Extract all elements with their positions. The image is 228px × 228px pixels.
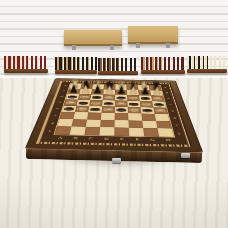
metal-hinge: [112, 158, 121, 163]
background-chess-set: [4, 56, 48, 73]
black-king: ♚: [105, 79, 114, 89]
square-b1: [69, 127, 85, 135]
shelf-bracket: [110, 45, 114, 50]
background-chess-set: [98, 58, 138, 75]
black-rook: ♜: [151, 80, 160, 90]
background-chess-pieces: [98, 58, 138, 71]
square-d2: [100, 120, 115, 128]
background-chess-pieces: [4, 56, 48, 69]
file-label-a: A: [51, 135, 68, 141]
file-label-c: C: [83, 136, 99, 142]
white-queen: ♛: [117, 80, 126, 90]
background-chess-set: [55, 57, 97, 74]
white-rook: ♜: [70, 79, 79, 89]
rank-label-1: 1: [174, 129, 185, 138]
file-label-e: E: [114, 137, 130, 143]
background-chess-pieces: [187, 56, 227, 69]
rank-label-2: 2: [172, 121, 182, 129]
file-label-f: F: [130, 137, 146, 143]
background-board: [55, 70, 97, 74]
file-label-g: G: [145, 137, 161, 143]
square-e1: [114, 128, 129, 137]
background-board: [98, 71, 138, 75]
file-labels: ABCDEFGH: [51, 135, 177, 143]
background-chess-pieces: [141, 57, 185, 70]
file-label-b: B: [67, 136, 84, 142]
black-knight: ♞: [82, 79, 91, 89]
shelf-bracket: [136, 43, 140, 48]
file-label-d: D: [98, 136, 114, 142]
shelf-bracket: [166, 43, 170, 48]
shop-photo: ♜♞♝♚♛♝♞♜♟♟♟♟♟♟♟♟⛂⛂⛂⛂⛂⛂⛂⛂⛂⛂⛂⛂⛂⛂⛂⛂⛂⛂⛂⛂⛂⛂⛂⛂…: [0, 0, 228, 228]
square-h2: [156, 121, 172, 129]
slatwall-background: [0, 0, 228, 78]
label-frame: ♜♞♝♚♛♝♞♜♟♟♟♟♟♟♟♟⛂⛂⛂⛂⛂⛂⛂⛂⛂⛂⛂⛂⛂⛂⛂⛂⛂⛂⛂⛂⛂⛂⛂⛂…: [41, 82, 188, 145]
square-h1: [158, 128, 175, 137]
wall-mounted-board: [128, 26, 178, 44]
shelf-bracket: [72, 45, 76, 50]
background-board: [141, 70, 185, 74]
black-bishop: ♝: [128, 80, 137, 90]
mosaic-inlay-border: ♜♞♝♚♛♝♞♜♟♟♟♟♟♟♟♟⛂⛂⛂⛂⛂⛂⛂⛂⛂⛂⛂⛂⛂⛂⛂⛂⛂⛂⛂⛂⛂⛂⛂⛂…: [36, 81, 193, 147]
background-board: [4, 69, 48, 73]
file-label-h: H: [160, 138, 177, 144]
board-grid: ♜♞♝♚♛♝♞♜♟♟♟♟♟♟♟♟⛂⛂⛂⛂⛂⛂⛂⛂⛂⛂⛂⛂⛂⛂⛂⛂⛂⛂⛂⛂⛂⛂⛂⛂: [53, 83, 175, 137]
wall-mounted-board: [64, 30, 122, 46]
white-bishop: ♝: [93, 79, 102, 89]
square-c1: [84, 127, 100, 135]
square-d1: [99, 127, 114, 135]
background-chess-pieces: [55, 57, 97, 70]
chess-board: ♜♞♝♚♛♝♞♜♟♟♟♟♟♟♟♟⛂⛂⛂⛂⛂⛂⛂⛂⛂⛂⛂⛂⛂⛂⛂⛂⛂⛂⛂⛂⛂⛂⛂⛂…: [26, 79, 202, 152]
square-c2: [86, 119, 101, 127]
metal-hinge: [181, 153, 190, 158]
square-f1: [129, 128, 144, 137]
background-chess-set: [187, 56, 227, 73]
white-knight: ♞: [140, 80, 149, 90]
background-chess-set: [141, 57, 185, 74]
background-board: [187, 69, 227, 73]
